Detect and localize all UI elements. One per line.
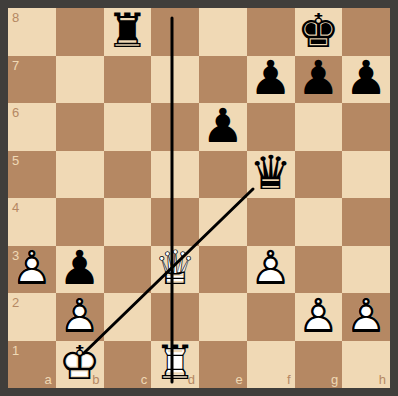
black-pawn[interactable]: ♟ [295,56,343,104]
square-a5[interactable]: 5 [8,151,56,199]
black-queen[interactable]: ♛ [247,151,295,199]
square-h2[interactable]: ♟♙ [342,293,390,341]
square-b6[interactable] [56,103,104,151]
square-e1[interactable]: e [199,341,247,389]
square-h1[interactable]: h [342,341,390,389]
file-label-g: g [331,373,338,386]
black-rook[interactable]: ♜ [104,8,152,56]
square-f1[interactable]: f [247,341,295,389]
square-c5[interactable] [104,151,152,199]
square-e7[interactable] [199,56,247,104]
black-pawn-glyph: ♟ [59,244,101,291]
rank-label-7: 7 [12,59,19,72]
black-rook-glyph: ♜ [106,7,148,54]
square-f5[interactable]: ♛ [247,151,295,199]
square-c7[interactable] [104,56,152,104]
white-pawn[interactable]: ♟♙ [247,246,295,294]
square-g6[interactable] [295,103,343,151]
file-label-h: h [379,373,386,386]
white-pawn[interactable]: ♟♙ [56,293,104,341]
black-king-glyph: ♚ [297,7,339,54]
square-g4[interactable] [295,198,343,246]
chessboard: 8♜♚7♟♟♟6♟5♛43♟♙♟♛♕♟♙2♟♙♟♙♟♙1ab♚♔cd♜♖efgh [8,8,390,388]
file-label-a: a [45,373,52,386]
square-g7[interactable]: ♟ [295,56,343,104]
square-b8[interactable] [56,8,104,56]
square-e8[interactable] [199,8,247,56]
rank-label-8: 8 [12,11,19,24]
square-d6[interactable] [151,103,199,151]
black-pawn[interactable]: ♟ [199,103,247,151]
square-h3[interactable] [342,246,390,294]
square-e6[interactable]: ♟ [199,103,247,151]
black-queen-glyph: ♛ [250,149,292,196]
white-queen-outline-glyph: ♕ [154,244,196,291]
file-label-f: f [287,373,291,386]
square-f7[interactable]: ♟ [247,56,295,104]
white-queen[interactable]: ♛♕ [151,246,199,294]
square-a7[interactable]: 7 [8,56,56,104]
square-f6[interactable] [247,103,295,151]
square-e3[interactable] [199,246,247,294]
square-e5[interactable] [199,151,247,199]
square-d4[interactable] [151,198,199,246]
square-d3[interactable]: ♛♕ [151,246,199,294]
square-d7[interactable] [151,56,199,104]
square-c3[interactable] [104,246,152,294]
square-f2[interactable] [247,293,295,341]
square-h8[interactable] [342,8,390,56]
white-pawn-outline-glyph: ♙ [345,292,387,339]
square-a6[interactable]: 6 [8,103,56,151]
square-b1[interactable]: b♚♔ [56,341,104,389]
black-pawn[interactable]: ♟ [342,56,390,104]
black-king[interactable]: ♚ [295,8,343,56]
square-e4[interactable] [199,198,247,246]
square-d1[interactable]: d♜♖ [151,341,199,389]
square-b3[interactable]: ♟ [56,246,104,294]
square-h7[interactable]: ♟ [342,56,390,104]
white-pawn-outline-glyph: ♙ [250,244,292,291]
rank-label-5: 5 [12,154,19,167]
square-a1[interactable]: 1a [8,341,56,389]
white-pawn-outline-glyph: ♙ [59,292,101,339]
white-rook[interactable]: ♜♖ [151,341,199,389]
square-a2[interactable]: 2 [8,293,56,341]
rank-label-4: 4 [12,201,19,214]
square-a3[interactable]: 3♟♙ [8,246,56,294]
file-label-e: e [236,373,243,386]
white-pawn-outline-glyph: ♙ [297,292,339,339]
square-g3[interactable] [295,246,343,294]
white-pawn[interactable]: ♟♙ [8,246,56,294]
file-label-c: c [141,373,148,386]
square-d2[interactable] [151,293,199,341]
square-f3[interactable]: ♟♙ [247,246,295,294]
square-h6[interactable] [342,103,390,151]
square-c2[interactable] [104,293,152,341]
white-pawn-outline-glyph: ♙ [11,244,53,291]
white-king-outline-glyph: ♔ [59,339,101,386]
square-c8[interactable]: ♜ [104,8,152,56]
square-a8[interactable]: 8 [8,8,56,56]
white-pawn[interactable]: ♟♙ [342,293,390,341]
square-b7[interactable] [56,56,104,104]
white-king[interactable]: ♚♔ [56,341,104,389]
chessboard-frame: 8♜♚7♟♟♟6♟5♛43♟♙♟♛♕♟♙2♟♙♟♙♟♙1ab♚♔cd♜♖efgh [0,0,398,396]
rank-label-1: 1 [12,344,19,357]
black-pawn-glyph: ♟ [297,54,339,101]
black-pawn-glyph: ♟ [202,102,244,149]
square-c4[interactable] [104,198,152,246]
black-pawn[interactable]: ♟ [247,56,295,104]
square-b4[interactable] [56,198,104,246]
black-pawn-glyph: ♟ [250,54,292,101]
square-g1[interactable]: g [295,341,343,389]
square-d5[interactable] [151,151,199,199]
rank-label-6: 6 [12,106,19,119]
square-c1[interactable]: c [104,341,152,389]
square-b5[interactable] [56,151,104,199]
square-h5[interactable] [342,151,390,199]
square-e2[interactable] [199,293,247,341]
square-h4[interactable] [342,198,390,246]
black-pawn-glyph: ♟ [345,54,387,101]
white-rook-outline-glyph: ♖ [154,339,196,386]
black-pawn[interactable]: ♟ [56,246,104,294]
square-a4[interactable]: 4 [8,198,56,246]
square-d8[interactable] [151,8,199,56]
square-f8[interactable] [247,8,295,56]
square-g8[interactable]: ♚ [295,8,343,56]
square-f4[interactable] [247,198,295,246]
rank-label-2: 2 [12,296,19,309]
square-g2[interactable]: ♟♙ [295,293,343,341]
square-g5[interactable] [295,151,343,199]
white-pawn[interactable]: ♟♙ [295,293,343,341]
square-b2[interactable]: ♟♙ [56,293,104,341]
square-c6[interactable] [104,103,152,151]
